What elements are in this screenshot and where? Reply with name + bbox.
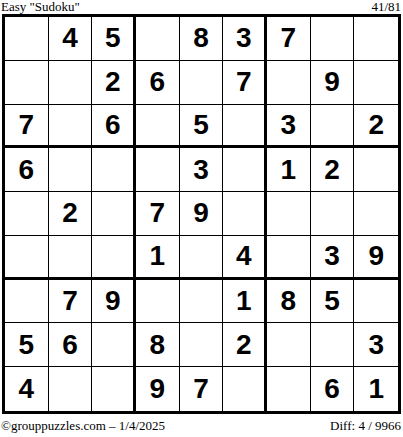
difficulty-text: Diff: 4 / 9966: [330, 418, 403, 434]
header: Easy "Sudoku" 41/81: [0, 0, 403, 14]
cell-r1c6[interactable]: 3: [223, 17, 267, 61]
cell-r3c4[interactable]: [136, 105, 180, 149]
cell-r5c3[interactable]: [92, 192, 136, 236]
cell-r9c1[interactable]: 4: [5, 367, 49, 411]
cell-r2c1[interactable]: [5, 61, 49, 105]
cell-r5c9[interactable]: [354, 192, 398, 236]
cell-r8c5[interactable]: [180, 323, 224, 367]
cell-r4c7[interactable]: 1: [267, 148, 311, 192]
cell-r2c9[interactable]: [354, 61, 398, 105]
footer: ©grouppuzzles.com – 1/4/2025 Diff: 4 / 9…: [0, 414, 403, 437]
cell-r5c6[interactable]: [223, 192, 267, 236]
cell-r6c1[interactable]: [5, 236, 49, 280]
copyright-text: ©grouppuzzles.com – 1/4/2025: [0, 418, 165, 434]
cell-r4c9[interactable]: [354, 148, 398, 192]
sudoku-board: 4583726797653263122791439791855682349761: [2, 14, 401, 414]
cell-r2c7[interactable]: [267, 61, 311, 105]
cell-r3c6[interactable]: [223, 105, 267, 149]
cell-r7c2[interactable]: 7: [49, 280, 93, 324]
cell-r7c5[interactable]: [180, 280, 224, 324]
cell-r8c1[interactable]: 5: [5, 323, 49, 367]
cell-r3c2[interactable]: [49, 105, 93, 149]
cell-r5c1[interactable]: [5, 192, 49, 236]
cell-r5c2[interactable]: 2: [49, 192, 93, 236]
cell-r6c3[interactable]: [92, 236, 136, 280]
cell-r3c1[interactable]: 7: [5, 105, 49, 149]
cell-r4c8[interactable]: 2: [311, 148, 355, 192]
cell-r1c7[interactable]: 7: [267, 17, 311, 61]
cell-r8c8[interactable]: [311, 323, 355, 367]
cell-r6c2[interactable]: [49, 236, 93, 280]
cell-r7c9[interactable]: [354, 280, 398, 324]
cell-r9c7[interactable]: [267, 367, 311, 411]
cell-r1c2[interactable]: 4: [49, 17, 93, 61]
cell-r5c7[interactable]: [267, 192, 311, 236]
cell-r1c9[interactable]: [354, 17, 398, 61]
cell-r9c5[interactable]: 7: [180, 367, 224, 411]
cell-r4c4[interactable]: [136, 148, 180, 192]
cell-r4c1[interactable]: 6: [5, 148, 49, 192]
cell-r7c7[interactable]: 8: [267, 280, 311, 324]
cell-r8c6[interactable]: 2: [223, 323, 267, 367]
cell-r6c5[interactable]: [180, 236, 224, 280]
cell-r9c8[interactable]: 6: [311, 367, 355, 411]
cell-r3c5[interactable]: 5: [180, 105, 224, 149]
cell-r3c7[interactable]: 3: [267, 105, 311, 149]
cell-r1c1[interactable]: [5, 17, 49, 61]
cell-r3c8[interactable]: [311, 105, 355, 149]
cell-r5c5[interactable]: 9: [180, 192, 224, 236]
cell-r3c3[interactable]: 6: [92, 105, 136, 149]
givens-counter: 41/81: [371, 0, 403, 14]
cell-r9c2[interactable]: [49, 367, 93, 411]
cell-r6c4[interactable]: 1: [136, 236, 180, 280]
cell-r4c5[interactable]: 3: [180, 148, 224, 192]
cell-r5c4[interactable]: 7: [136, 192, 180, 236]
cell-r9c6[interactable]: [223, 367, 267, 411]
cell-r2c6[interactable]: 7: [223, 61, 267, 105]
cell-r7c3[interactable]: 9: [92, 280, 136, 324]
cell-r6c8[interactable]: 3: [311, 236, 355, 280]
cell-r7c4[interactable]: [136, 280, 180, 324]
cell-r1c5[interactable]: 8: [180, 17, 224, 61]
puzzle-title: Easy "Sudoku": [0, 0, 80, 14]
cell-r8c2[interactable]: 6: [49, 323, 93, 367]
cell-r1c8[interactable]: [311, 17, 355, 61]
cell-r1c3[interactable]: 5: [92, 17, 136, 61]
cell-r8c3[interactable]: [92, 323, 136, 367]
cell-r4c3[interactable]: [92, 148, 136, 192]
cell-r2c4[interactable]: 6: [136, 61, 180, 105]
cell-r6c9[interactable]: 9: [354, 236, 398, 280]
cell-r2c8[interactable]: 9: [311, 61, 355, 105]
cell-r9c3[interactable]: [92, 367, 136, 411]
cell-r7c8[interactable]: 5: [311, 280, 355, 324]
cell-r2c2[interactable]: [49, 61, 93, 105]
cell-r6c6[interactable]: 4: [223, 236, 267, 280]
cell-r1c4[interactable]: [136, 17, 180, 61]
cell-r9c9[interactable]: 1: [354, 367, 398, 411]
cell-r6c7[interactable]: [267, 236, 311, 280]
cell-r7c6[interactable]: 1: [223, 280, 267, 324]
cell-r2c5[interactable]: [180, 61, 224, 105]
cell-r7c1[interactable]: [5, 280, 49, 324]
sudoku-page: Easy "Sudoku" 41/81 45837267976532631227…: [0, 0, 403, 437]
cell-r4c6[interactable]: [223, 148, 267, 192]
cell-r2c3[interactable]: 2: [92, 61, 136, 105]
cell-r3c9[interactable]: 2: [354, 105, 398, 149]
cell-r9c4[interactable]: 9: [136, 367, 180, 411]
cell-r8c7[interactable]: [267, 323, 311, 367]
cell-r5c8[interactable]: [311, 192, 355, 236]
cell-r8c4[interactable]: 8: [136, 323, 180, 367]
cell-r8c9[interactable]: 3: [354, 323, 398, 367]
cell-r4c2[interactable]: [49, 148, 93, 192]
